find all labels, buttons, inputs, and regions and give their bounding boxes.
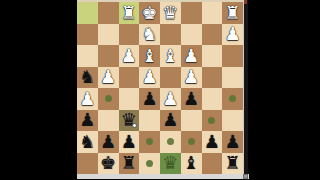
- scrollbar-top-marker[interactable]: [244, 0, 247, 4]
- square-a2[interactable]: ♟: [222, 24, 243, 46]
- square-e2[interactable]: ♞: [139, 24, 160, 46]
- square-f4[interactable]: [119, 67, 140, 89]
- white-pawn[interactable]: ♟: [142, 68, 158, 86]
- square-a3[interactable]: [222, 45, 243, 67]
- square-f6[interactable]: ♛: [119, 110, 140, 132]
- white-pawn[interactable]: ♟: [162, 90, 178, 108]
- square-h5[interactable]: ♟: [77, 88, 98, 110]
- white-rook[interactable]: ♜: [121, 4, 137, 22]
- square-d6[interactable]: ♟: [160, 110, 181, 132]
- square-a8[interactable]: ♜: [222, 153, 243, 175]
- square-d4[interactable]: [160, 67, 181, 89]
- square-f5[interactable]: [119, 88, 140, 110]
- square-e5[interactable]: ♟: [139, 88, 160, 110]
- square-b3[interactable]: [202, 45, 223, 67]
- square-a7[interactable]: ♟: [222, 131, 243, 153]
- white-king[interactable]: ♚: [142, 4, 158, 22]
- black-pawn[interactable]: ♟: [204, 133, 220, 151]
- square-e1[interactable]: ♚: [139, 2, 160, 24]
- scrollbar-bottom-marker[interactable]: [243, 174, 248, 179]
- black-pawn[interactable]: ♟: [121, 133, 137, 151]
- white-pawn[interactable]: ♟: [121, 47, 137, 65]
- square-d5[interactable]: ♟: [160, 88, 181, 110]
- square-b6[interactable]: [202, 110, 223, 132]
- square-a4[interactable]: [222, 67, 243, 89]
- legal-move-dot[interactable]: [188, 138, 195, 145]
- legal-move-dot[interactable]: [167, 138, 174, 145]
- square-g2[interactable]: [98, 24, 119, 46]
- black-knight[interactable]: ♞: [79, 133, 95, 151]
- black-knight[interactable]: ♞: [79, 68, 95, 86]
- white-pawn[interactable]: ♟: [183, 68, 199, 86]
- black-pawn[interactable]: ♟: [225, 133, 241, 151]
- white-pawn[interactable]: ♟: [225, 25, 241, 43]
- square-e6[interactable]: [139, 110, 160, 132]
- square-h7[interactable]: ♞: [77, 131, 98, 153]
- square-a5[interactable]: [222, 88, 243, 110]
- square-c6[interactable]: [181, 110, 202, 132]
- legal-move-dot[interactable]: [229, 95, 236, 102]
- square-h1[interactable]: [77, 2, 98, 24]
- square-b2[interactable]: [202, 24, 223, 46]
- square-e3[interactable]: ♝: [139, 45, 160, 67]
- square-h2[interactable]: [77, 24, 98, 46]
- square-b8[interactable]: [202, 153, 223, 175]
- square-c8[interactable]: ♝: [181, 153, 202, 175]
- square-h4[interactable]: ♞: [77, 67, 98, 89]
- square-c2[interactable]: [181, 24, 202, 46]
- chess-board[interactable]: ♜♚♛♜♞♟♟♝♝♟♞♟♟♟♟♟♟♟♟♛♟♞♟♟♟♟♚♜♛♝♜: [77, 2, 243, 174]
- square-e7[interactable]: [139, 131, 160, 153]
- white-pawn[interactable]: ♟: [183, 47, 199, 65]
- white-knight[interactable]: ♞: [142, 25, 158, 43]
- square-f2[interactable]: [119, 24, 140, 46]
- browser-scrollbar[interactable]: [244, 0, 248, 180]
- square-h6[interactable]: ♟: [77, 110, 98, 132]
- square-b5[interactable]: [202, 88, 223, 110]
- white-pawn[interactable]: ♟: [79, 90, 95, 108]
- square-c1[interactable]: [181, 2, 202, 24]
- page: ♜♚♛♜♞♟♟♝♝♟♞♟♟♟♟♟♟♟♟♛♟♞♟♟♟♟♚♜♛♝♜: [0, 0, 320, 180]
- black-king[interactable]: ♚: [100, 154, 116, 172]
- white-rook[interactable]: ♜: [225, 4, 241, 22]
- black-rook[interactable]: ♜: [121, 154, 137, 172]
- black-pawn[interactable]: ♟: [142, 90, 158, 108]
- square-b7[interactable]: ♟: [202, 131, 223, 153]
- square-a1[interactable]: ♜: [222, 2, 243, 24]
- white-bishop[interactable]: ♝: [142, 47, 158, 65]
- square-c7[interactable]: [181, 131, 202, 153]
- square-c4[interactable]: ♟: [181, 67, 202, 89]
- square-h3[interactable]: [77, 45, 98, 67]
- square-d3[interactable]: ♝: [160, 45, 181, 67]
- white-pawn[interactable]: ♟: [100, 68, 116, 86]
- black-rook[interactable]: ♜: [225, 154, 241, 172]
- square-d1[interactable]: ♛: [160, 2, 181, 24]
- square-d2[interactable]: [160, 24, 181, 46]
- square-a6[interactable]: [222, 110, 243, 132]
- black-pawn[interactable]: ♟: [100, 133, 116, 151]
- square-f8[interactable]: ♜: [119, 153, 140, 175]
- square-b1[interactable]: [202, 2, 223, 24]
- square-d8[interactable]: ♛: [160, 153, 181, 175]
- square-g6[interactable]: [98, 110, 119, 132]
- black-bishop[interactable]: ♝: [183, 154, 199, 172]
- legal-move-dot[interactable]: [146, 138, 153, 145]
- black-pawn[interactable]: ♟: [79, 111, 95, 129]
- square-f3[interactable]: ♟: [119, 45, 140, 67]
- dragged-piece-ghost: ♛: [162, 154, 178, 172]
- legal-move-dot[interactable]: [146, 160, 153, 167]
- black-pawn[interactable]: ♟: [162, 111, 178, 129]
- square-g1[interactable]: [98, 2, 119, 24]
- white-bishop[interactable]: ♝: [162, 47, 178, 65]
- square-f1[interactable]: ♜: [119, 2, 140, 24]
- square-c5[interactable]: ♟: [181, 88, 202, 110]
- page-background-strip: [77, 174, 249, 179]
- square-g3[interactable]: [98, 45, 119, 67]
- square-f7[interactable]: ♟: [119, 131, 140, 153]
- square-h8[interactable]: [77, 153, 98, 175]
- square-b4[interactable]: [202, 67, 223, 89]
- square-g7[interactable]: ♟: [98, 131, 119, 153]
- square-g4[interactable]: ♟: [98, 67, 119, 89]
- legal-move-dot[interactable]: [105, 95, 112, 102]
- square-d7[interactable]: [160, 131, 181, 153]
- square-c3[interactable]: ♟: [181, 45, 202, 67]
- white-queen[interactable]: ♛: [162, 4, 178, 22]
- black-pawn[interactable]: ♟: [183, 90, 199, 108]
- square-g5[interactable]: [98, 88, 119, 110]
- square-e4[interactable]: ♟: [139, 67, 160, 89]
- square-e8[interactable]: [139, 153, 160, 175]
- legal-move-dot[interactable]: [208, 117, 215, 124]
- square-g8[interactable]: ♚: [98, 153, 119, 175]
